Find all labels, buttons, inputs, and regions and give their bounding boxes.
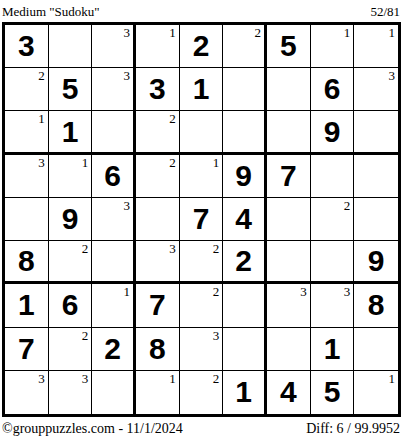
- cell-r2c8[interactable]: 6: [311, 68, 355, 111]
- pencil-mark: 3: [344, 285, 351, 298]
- cell-r5c9[interactable]: [354, 198, 398, 241]
- cell-r3c7[interactable]: [267, 111, 311, 154]
- cell-value: 3: [149, 74, 166, 104]
- cell-r4c9[interactable]: [354, 155, 398, 198]
- cell-r4c6[interactable]: 9: [223, 155, 267, 198]
- cell-value: 1: [324, 334, 341, 364]
- cell-r2c1[interactable]: 2: [5, 68, 49, 111]
- cell-value: 6: [324, 74, 341, 104]
- cell-r2c7[interactable]: [267, 68, 311, 111]
- cell-r9c9[interactable]: 1: [354, 371, 398, 414]
- pencil-mark: 2: [255, 26, 262, 39]
- pencil-mark: 3: [169, 242, 176, 255]
- cell-r7c6[interactable]: [223, 284, 267, 327]
- page-title: Medium "Sudoku": [2, 4, 100, 20]
- pencil-mark: 3: [389, 69, 396, 82]
- pencil-mark: 3: [124, 199, 131, 212]
- pencil-mark: 3: [124, 26, 131, 39]
- cell-r8c6[interactable]: [223, 328, 267, 371]
- cell-r1c2[interactable]: [49, 25, 93, 68]
- cell-value: 2: [235, 246, 252, 276]
- cell-r9c1[interactable]: 3: [5, 371, 49, 414]
- cell-value: 2: [104, 334, 121, 364]
- cell-r5c3[interactable]: 3: [92, 198, 136, 241]
- pencil-mark: 2: [82, 329, 89, 342]
- cell-r6c7[interactable]: [267, 241, 311, 284]
- pencil-mark: 2: [169, 156, 176, 169]
- cell-r4c7[interactable]: 7: [267, 155, 311, 198]
- cell-value: 6: [104, 161, 121, 191]
- cell-r8c8[interactable]: 1: [311, 328, 355, 371]
- pencil-mark: 2: [82, 242, 89, 255]
- cell-r4c3[interactable]: 6: [92, 155, 136, 198]
- cell-r8c7[interactable]: [267, 328, 311, 371]
- cell-r9c6[interactable]: 1: [223, 371, 267, 414]
- cell-r7c3[interactable]: 1: [92, 284, 136, 327]
- cell-r8c9[interactable]: [354, 328, 398, 371]
- cell-r9c5[interactable]: 2: [180, 371, 224, 414]
- cell-r6c5[interactable]: 2: [180, 241, 224, 284]
- cell-r3c9[interactable]: [354, 111, 398, 154]
- pencil-mark: 3: [38, 156, 45, 169]
- pencil-mark: 2: [169, 112, 176, 125]
- pencil-mark: 2: [344, 199, 351, 212]
- cell-r1c3[interactable]: 3: [92, 25, 136, 68]
- cell-r2c2[interactable]: 5: [49, 68, 93, 111]
- cell-r1c7[interactable]: 5: [267, 25, 311, 68]
- cell-r8c3[interactable]: 2: [92, 328, 136, 371]
- cell-r7c4[interactable]: 7: [136, 284, 180, 327]
- cell-r7c1[interactable]: 1: [5, 284, 49, 327]
- cell-r6c1[interactable]: 8: [5, 241, 49, 284]
- cell-r6c3[interactable]: [92, 241, 136, 284]
- cell-r4c4[interactable]: 2: [136, 155, 180, 198]
- cell-value: 9: [368, 246, 385, 276]
- cell-r1c9[interactable]: 1: [354, 25, 398, 68]
- cell-r6c8[interactable]: [311, 241, 355, 284]
- cell-r5c6[interactable]: 4: [223, 198, 267, 241]
- pencil-mark: 3: [124, 69, 131, 82]
- cell-r1c1[interactable]: 3: [5, 25, 49, 68]
- pencil-mark: 1: [38, 112, 45, 125]
- cell-r2c9[interactable]: 3: [354, 68, 398, 111]
- cell-r4c2[interactable]: 1: [49, 155, 93, 198]
- difficulty-text: Diff: 6 / 99.9952: [306, 421, 400, 437]
- pencil-mark: 2: [213, 285, 220, 298]
- pencil-mark: 3: [38, 372, 45, 385]
- cell-value: 5: [62, 74, 79, 104]
- pencil-mark: 1: [213, 156, 220, 169]
- cell-r3c1[interactable]: 1: [5, 111, 49, 154]
- cell-r1c6[interactable]: 2: [223, 25, 267, 68]
- cell-r5c1[interactable]: [5, 198, 49, 241]
- cell-value: 6: [62, 290, 79, 320]
- cell-value: 5: [280, 31, 297, 61]
- header: Medium "Sudoku" 52/81: [0, 0, 403, 22]
- cell-value: 7: [149, 290, 166, 320]
- cell-r8c1[interactable]: 7: [5, 328, 49, 371]
- pencil-mark: 1: [344, 26, 351, 39]
- cell-value: 1: [18, 290, 35, 320]
- cell-r8c5[interactable]: 3: [180, 328, 224, 371]
- cell-r3c6[interactable]: [223, 111, 267, 154]
- cell-r3c3[interactable]: [92, 111, 136, 154]
- footer: ©grouppuzzles.com - 11/1/2024 Diff: 6 / …: [0, 419, 403, 437]
- cell-r9c3[interactable]: [92, 371, 136, 414]
- cell-value: 1: [235, 377, 252, 407]
- cell-r7c9[interactable]: 8: [354, 284, 398, 327]
- cell-r7c2[interactable]: 6: [49, 284, 93, 327]
- cell-value: 3: [18, 31, 35, 61]
- cell-value: 8: [149, 334, 166, 364]
- cell-r2c5[interactable]: 1: [180, 68, 224, 111]
- cell-value: 5: [324, 377, 341, 407]
- copyright-text: ©grouppuzzles.com - 11/1/2024: [2, 421, 183, 437]
- cell-r9c7[interactable]: 4: [267, 371, 311, 414]
- cell-r5c4[interactable]: [136, 198, 180, 241]
- cell-value: 4: [280, 377, 297, 407]
- pencil-mark: 1: [389, 372, 396, 385]
- cell-value: 2: [193, 31, 210, 61]
- cell-r1c5[interactable]: 2: [180, 25, 224, 68]
- cell-r8c2[interactable]: 2: [49, 328, 93, 371]
- cell-r6c9[interactable]: 9: [354, 241, 398, 284]
- cell-r7c5[interactable]: 2: [180, 284, 224, 327]
- cell-r5c8[interactable]: 2: [311, 198, 355, 241]
- cell-r6c2[interactable]: 2: [49, 241, 93, 284]
- pencil-mark: 1: [389, 26, 396, 39]
- sudoku-grid: 3312251125331631129316219793742823229161…: [2, 22, 401, 417]
- pencil-mark: 1: [82, 156, 89, 169]
- cell-r3c2[interactable]: 1: [49, 111, 93, 154]
- cell-r9c4[interactable]: 1: [136, 371, 180, 414]
- cell-value: 7: [18, 334, 35, 364]
- cell-r1c8[interactable]: 1: [311, 25, 355, 68]
- cell-value: 1: [193, 74, 210, 104]
- cell-value: 9: [324, 117, 341, 147]
- cell-r2c6[interactable]: [223, 68, 267, 111]
- pencil-mark: 3: [82, 372, 89, 385]
- pencil-mark: 1: [169, 372, 176, 385]
- cell-r6c6[interactable]: 2: [223, 241, 267, 284]
- cell-r7c7[interactable]: 3: [267, 284, 311, 327]
- cell-r3c5[interactable]: [180, 111, 224, 154]
- cell-r9c2[interactable]: 3: [49, 371, 93, 414]
- cell-value: 7: [280, 161, 297, 191]
- cell-r9c8[interactable]: 5: [311, 371, 355, 414]
- cell-value: 1: [62, 117, 79, 147]
- cell-value: 8: [18, 246, 35, 276]
- cell-r3c8[interactable]: 9: [311, 111, 355, 154]
- progress-counter: 52/81: [370, 4, 400, 20]
- pencil-mark: 2: [38, 69, 45, 82]
- pencil-mark: 1: [124, 285, 131, 298]
- cell-value: 9: [62, 204, 79, 234]
- pencil-mark: 3: [213, 329, 220, 342]
- cell-r2c3[interactable]: 3: [92, 68, 136, 111]
- cell-value: 7: [193, 204, 210, 234]
- cell-value: 8: [368, 290, 385, 320]
- pencil-mark: 3: [300, 285, 307, 298]
- cell-r4c5[interactable]: 1: [180, 155, 224, 198]
- cell-r5c2[interactable]: 9: [49, 198, 93, 241]
- cell-r1c4[interactable]: 1: [136, 25, 180, 68]
- cell-value: 4: [235, 204, 252, 234]
- cell-value: 9: [235, 161, 252, 191]
- cell-r4c1[interactable]: 3: [5, 155, 49, 198]
- cell-r2c4[interactable]: 3: [136, 68, 180, 111]
- cell-r3c4[interactable]: 2: [136, 111, 180, 154]
- cell-r4c8[interactable]: [311, 155, 355, 198]
- cell-r7c8[interactable]: 3: [311, 284, 355, 327]
- cell-r5c5[interactable]: 7: [180, 198, 224, 241]
- pencil-mark: 2: [213, 372, 220, 385]
- cell-r5c7[interactable]: [267, 198, 311, 241]
- pencil-mark: 2: [213, 242, 220, 255]
- pencil-mark: 1: [169, 26, 176, 39]
- cell-r6c4[interactable]: 3: [136, 241, 180, 284]
- cell-r8c4[interactable]: 8: [136, 328, 180, 371]
